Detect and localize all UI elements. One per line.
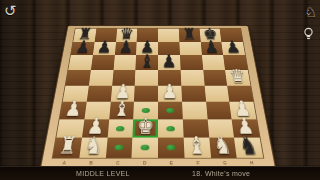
square-a1[interactable]: ♜ xyxy=(53,138,82,158)
legal-move-dot-c1[interactable] xyxy=(115,145,124,151)
square-a3[interactable]: ♟ xyxy=(60,102,87,119)
square-g4[interactable] xyxy=(204,85,229,101)
square-a7[interactable]: ♟ xyxy=(71,42,95,56)
chess-app-window: ♜♛♜♚♟♟♟♟♟♟♝♟♛♟♟♟♝♟♟♚♟♜♞♝♞♞ ABCDEFGH ↺ ♘ … xyxy=(0,0,320,180)
square-g7[interactable]: ♟ xyxy=(200,42,223,56)
square-f5[interactable] xyxy=(180,70,204,85)
piece-black-bishop-d6[interactable]: ♝ xyxy=(136,51,158,70)
square-f4[interactable] xyxy=(181,85,206,101)
square-g3[interactable] xyxy=(206,102,232,119)
chess-board-3d: ♜♛♜♚♟♟♟♟♟♟♝♟♛♟♟♟♝♟♟♚♟♜♞♝♞♞ ABCDEFGH xyxy=(40,26,276,168)
piece-white-knight-g1[interactable]: ♞ xyxy=(208,132,237,158)
square-b7[interactable]: ♟ xyxy=(93,42,116,56)
square-c7[interactable]: ♟ xyxy=(114,42,136,56)
piece-black-pawn-b7[interactable]: ♟ xyxy=(93,38,116,56)
piece-white-bishop-c3[interactable]: ♝ xyxy=(109,97,135,120)
file-label-a: A xyxy=(51,160,79,165)
board-grid[interactable]: ♜♛♜♚♟♟♟♟♟♟♝♟♛♟♟♟♝♟♟♚♟♜♞♝♞♞ xyxy=(52,28,265,159)
square-e4[interactable]: ♟ xyxy=(158,85,182,101)
piece-white-king-d2[interactable]: ♚ xyxy=(133,114,158,139)
piece-white-rook-a1[interactable]: ♜ xyxy=(53,132,83,158)
board-frame: ♜♛♜♚♟♟♟♟♟♟♝♟♛♟♟♟♝♟♟♚♟♜♞♝♞♞ ABCDEFGH xyxy=(40,26,276,168)
square-b6[interactable] xyxy=(91,55,115,70)
square-g1[interactable]: ♞ xyxy=(209,138,237,158)
undo-icon[interactable]: ↺ xyxy=(4,2,17,20)
piece-black-pawn-h7[interactable]: ♟ xyxy=(221,38,245,56)
piece-black-pawn-c7[interactable]: ♟ xyxy=(114,38,137,56)
square-d6[interactable]: ♝ xyxy=(136,55,158,70)
piece-black-pawn-e6[interactable]: ♟ xyxy=(158,51,180,70)
square-d1[interactable] xyxy=(132,138,158,158)
piece-black-knight-h1[interactable]: ♞ xyxy=(234,132,264,158)
piece-black-pawn-a7[interactable]: ♟ xyxy=(71,38,95,56)
piece-set-icon[interactable]: ♘ xyxy=(304,4,317,20)
square-e8[interactable] xyxy=(158,29,179,42)
hint-lightbulb-icon[interactable] xyxy=(303,27,314,42)
square-g6[interactable] xyxy=(202,55,226,70)
file-label-e: E xyxy=(158,160,185,165)
square-g5[interactable] xyxy=(203,70,227,85)
square-e1[interactable] xyxy=(158,138,184,158)
file-label-g: G xyxy=(211,160,238,165)
square-f3[interactable] xyxy=(182,102,207,119)
piece-black-rook-f8[interactable]: ♜ xyxy=(178,25,200,42)
piece-white-pawn-e4[interactable]: ♟ xyxy=(158,81,182,103)
legal-move-dot-d1[interactable] xyxy=(141,145,150,151)
square-e6[interactable]: ♟ xyxy=(158,55,180,70)
square-c2[interactable] xyxy=(107,119,133,138)
piece-white-pawn-a3[interactable]: ♟ xyxy=(59,97,87,120)
square-f8[interactable]: ♜ xyxy=(179,29,201,42)
piece-white-queen-h5[interactable]: ♛ xyxy=(225,65,251,86)
square-b5[interactable] xyxy=(89,70,113,85)
file-label-h: H xyxy=(238,160,266,165)
square-d5[interactable] xyxy=(135,70,158,85)
square-a6[interactable] xyxy=(68,55,92,70)
level-label: MIDDLE LEVEL xyxy=(76,170,130,177)
square-d2[interactable]: ♚ xyxy=(133,119,158,138)
file-label-c: C xyxy=(104,160,131,165)
square-c6[interactable] xyxy=(113,55,136,70)
legal-move-dot-e1[interactable] xyxy=(167,145,176,151)
square-b4[interactable] xyxy=(87,85,112,101)
piece-white-knight-b1[interactable]: ♞ xyxy=(79,132,108,158)
legal-move-dot-e2[interactable] xyxy=(166,126,175,131)
square-a5[interactable] xyxy=(66,70,91,85)
square-e2[interactable] xyxy=(158,119,183,138)
square-h5[interactable]: ♛ xyxy=(225,70,250,85)
square-e3[interactable] xyxy=(158,102,183,119)
status-bar: MIDDLE LEVEL 18. White's move xyxy=(0,166,320,180)
file-label-b: B xyxy=(77,160,104,165)
piece-black-pawn-g7[interactable]: ♟ xyxy=(200,38,223,56)
square-h7[interactable]: ♟ xyxy=(222,42,246,56)
square-f1[interactable]: ♝ xyxy=(183,138,210,158)
square-f7[interactable] xyxy=(179,42,201,56)
file-label-d: D xyxy=(131,160,158,165)
square-c1[interactable] xyxy=(105,138,132,158)
move-indicator: 18. White's move xyxy=(192,170,250,177)
square-c3[interactable]: ♝ xyxy=(109,102,134,119)
piece-white-bishop-f1[interactable]: ♝ xyxy=(183,132,211,158)
file-label-f: F xyxy=(185,160,212,165)
square-b1[interactable]: ♞ xyxy=(79,138,107,158)
square-h1[interactable]: ♞ xyxy=(234,138,263,158)
legal-move-dot-c2[interactable] xyxy=(116,126,125,131)
square-f6[interactable] xyxy=(180,55,203,70)
legal-move-dot-e3[interactable] xyxy=(166,108,174,113)
square-d4[interactable] xyxy=(134,85,158,101)
